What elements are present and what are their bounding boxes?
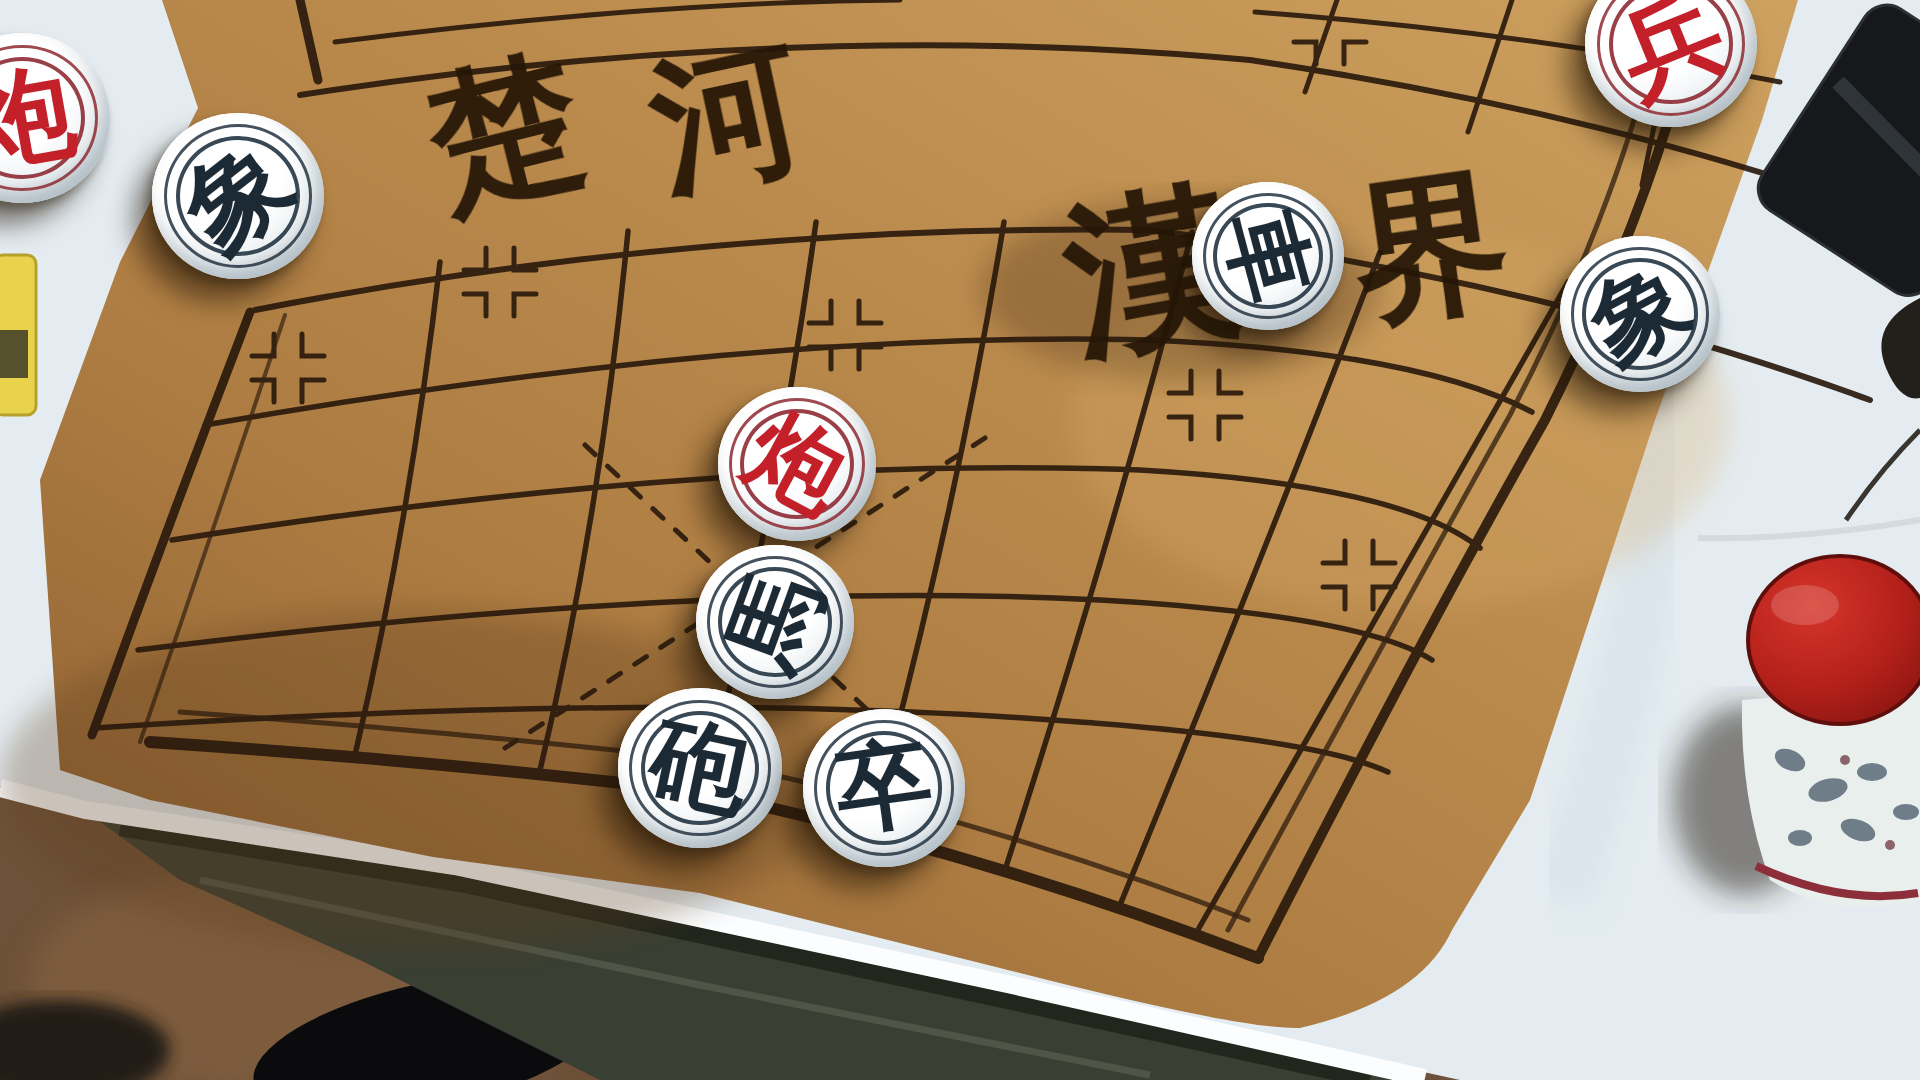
piece-black-elephant-right[interactable]: 象	[1560, 236, 1720, 391]
piece-character: 兵	[1560, 0, 1782, 154]
piece-red-cannon-offboard[interactable]: 炮	[0, 33, 110, 204]
piece-character: 車	[1177, 163, 1359, 348]
photo-scene: 楚 河 漢 界	[0, 0, 1920, 1080]
piece-character: 象	[119, 77, 357, 314]
piece-black-cannon[interactable]: 砲	[618, 688, 782, 847]
piece-black-elephant-left[interactable]: 象	[152, 113, 324, 280]
piece-character: 炮	[0, 19, 123, 218]
piece-character: 卒	[793, 699, 975, 877]
piece-red-soldier[interactable]: 兵	[1585, 0, 1757, 127]
piece-black-chariot[interactable]: 車	[1192, 182, 1344, 329]
piece-character: 象	[1533, 208, 1747, 420]
piece-red-cannon[interactable]: 炮	[718, 387, 876, 540]
pieces-layer: 炮 象 兵 車 象 炮 馬 砲 卒	[0, 0, 1920, 1080]
piece-character: 砲	[603, 673, 796, 863]
piece-black-horse[interactable]: 馬	[696, 545, 854, 698]
piece-black-soldier[interactable]: 卒	[803, 709, 965, 866]
